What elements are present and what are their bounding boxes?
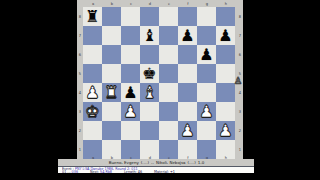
rank-label-right-4: 4 [238, 90, 240, 94]
black-rook-piece: ♜ [83, 7, 102, 26]
game-result: 1-0 [197, 160, 204, 165]
square-a8: ♜ [83, 7, 102, 26]
square-e7 [159, 26, 178, 45]
square-d3 [140, 102, 159, 121]
square-d4: ♝ [140, 83, 159, 102]
file-label-top-f: f [187, 1, 188, 5]
rank-label-right-8: 8 [238, 14, 240, 18]
rank-label-right-7: 7 [238, 33, 240, 37]
square-e5 [159, 64, 178, 83]
square-b2 [102, 121, 121, 140]
square-h5 [216, 64, 235, 83]
square-d5: ♚ [140, 64, 159, 83]
next-move-label: Next: [90, 170, 99, 174]
rank-label-right-3: 3 [238, 109, 240, 113]
square-a4: ♟ [83, 83, 102, 102]
rank-label-left-5: 5 [79, 71, 81, 75]
square-g3: ♟ [197, 102, 216, 121]
square-g4 [197, 83, 216, 102]
rank-label-left-4: 4 [79, 90, 81, 94]
square-h2: ♟ [216, 121, 235, 140]
black-pawn-piece: ♟ [216, 26, 235, 45]
players-caption: Bueno, Evgeny(....)--Nikoli, Nebojsa(...… [107, 160, 204, 165]
square-f2: ♟ [178, 121, 197, 140]
length-label: Length: [124, 170, 137, 174]
white-king-piece: ♚ [83, 102, 102, 121]
black-pawn-piece: ♟ [121, 83, 140, 102]
material-value: +1 [170, 170, 175, 174]
move-counter-value: 036 [72, 170, 78, 174]
square-e4 [159, 83, 178, 102]
square-a3: ♚ [83, 102, 102, 121]
square-d7: ♝ [140, 26, 159, 45]
square-b5 [102, 64, 121, 83]
rank-label-left-3: 3 [79, 109, 81, 113]
rank-label-right-1: 1 [238, 147, 240, 151]
black-pawn-piece: ♟ [197, 45, 216, 64]
length-value: 46 [138, 170, 142, 174]
square-e6 [159, 45, 178, 64]
chess-diagram: ♜♝♟♟♟♚♟♜♟♝♚♟♟♟♟ aabbccddeeffgghh88776655… [77, 0, 243, 173]
square-g6: ♟ [197, 45, 216, 64]
square-g2 [197, 121, 216, 140]
file-label-top-c: c [130, 1, 132, 5]
square-f3 [178, 102, 197, 121]
white-player-rating: (....) [140, 160, 148, 165]
file-label-top-a: a [91, 1, 93, 5]
square-f4 [178, 83, 197, 102]
rank-label-left-1: 1 [79, 147, 81, 151]
white-pawn-advantage-icon: ♙ [234, 77, 242, 86]
square-a5 [83, 64, 102, 83]
white-pawn-piece: ♟ [83, 83, 102, 102]
black-king-piece: ♚ [140, 64, 159, 83]
square-c6 [121, 45, 140, 64]
square-f7: ♟ [178, 26, 197, 45]
white-pawn-piece: ♟ [178, 121, 197, 140]
rank-label-left-2: 2 [79, 128, 81, 132]
file-label-top-d: d [148, 1, 150, 5]
white-player-name: Bueno, Evgeny [108, 160, 138, 165]
square-c3: ♟ [121, 102, 140, 121]
square-h8 [216, 7, 235, 26]
square-b8 [102, 7, 121, 26]
white-pawn-piece: ♟ [216, 121, 235, 140]
next-move-value: 54.Rb8 [100, 170, 112, 174]
file-label-top-b: b [110, 1, 112, 5]
players-separator: -- [151, 160, 154, 165]
black-player-name: Nikoli, Nebojsa [155, 160, 185, 165]
rank-label-left-7: 7 [79, 33, 81, 37]
square-d8 [140, 7, 159, 26]
file-label-top-g: g [205, 1, 207, 5]
square-g5 [197, 64, 216, 83]
square-c2 [121, 121, 140, 140]
square-b6 [102, 45, 121, 64]
chess-board: ♜♝♟♟♟♚♟♜♟♝♚♟♟♟♟ [83, 7, 235, 159]
game-details-box: Event : PNY LGA Danube 1986, Round 2: 01… [58, 166, 254, 174]
black-bishop-piece: ♝ [140, 26, 159, 45]
move-counter-label: 01 ... [62, 170, 71, 174]
square-e8 [159, 7, 178, 26]
square-h4 [216, 83, 235, 102]
square-h6 [216, 45, 235, 64]
square-h7: ♟ [216, 26, 235, 45]
rank-label-left-6: 6 [79, 52, 81, 56]
square-g7 [197, 26, 216, 45]
square-e3 [159, 102, 178, 121]
square-f6 [178, 45, 197, 64]
square-e2 [159, 121, 178, 140]
material-label: Material: [154, 170, 169, 174]
board-frame: ♜♝♟♟♟♚♟♜♟♝♚♟♟♟♟ aabbccddeeffgghh88776655… [77, 0, 243, 160]
square-c7 [121, 26, 140, 45]
black-pawn-piece: ♟ [178, 26, 197, 45]
rank-label-right-2: 2 [238, 128, 240, 132]
square-b3 [102, 102, 121, 121]
square-a6 [83, 45, 102, 64]
square-c8 [121, 7, 140, 26]
moves-line: 01 ... 036 Next: 54.Rb8 Length: 46 Mater… [62, 170, 175, 174]
game-info-panel: Bueno, Evgeny(....)--Nikoli, Nebojsa(...… [58, 159, 254, 173]
file-label-top-e: e [167, 1, 169, 5]
square-b7 [102, 26, 121, 45]
square-h3 [216, 102, 235, 121]
square-a2 [83, 121, 102, 140]
video-frame: ♜♝♟♟♟♚♟♜♟♝♚♟♟♟♟ aabbccddeeffgghh88776655… [0, 0, 320, 180]
white-pawn-piece: ♟ [121, 102, 140, 121]
white-pawn-piece: ♟ [197, 102, 216, 121]
square-a7 [83, 26, 102, 45]
square-b4: ♜ [102, 83, 121, 102]
rank-label-left-8: 8 [79, 14, 81, 18]
square-c5 [121, 64, 140, 83]
square-g8 [197, 7, 216, 26]
square-f8 [178, 7, 197, 26]
black-player-rating: (....) [187, 160, 195, 165]
rank-label-right-6: 6 [238, 52, 240, 56]
square-d2 [140, 121, 159, 140]
file-label-top-h: h [224, 1, 226, 5]
white-rook-piece: ♜ [102, 83, 121, 102]
square-f5 [178, 64, 197, 83]
white-bishop-piece: ♝ [140, 83, 159, 102]
square-d6 [140, 45, 159, 64]
square-c4: ♟ [121, 83, 140, 102]
